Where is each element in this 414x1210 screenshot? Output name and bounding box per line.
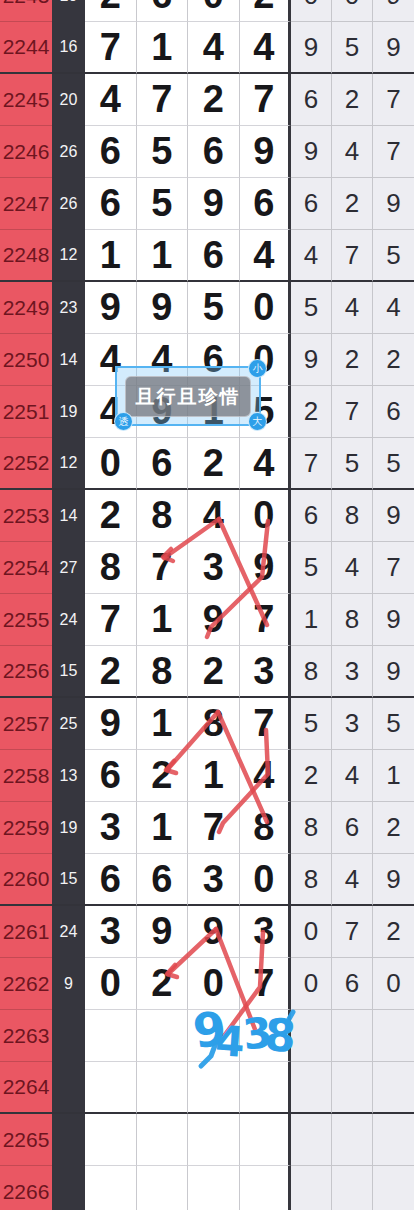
front-digit-cell: 0 (85, 958, 137, 1010)
back-digit-cell: 9 (373, 0, 414, 22)
front-digit-cell (240, 1062, 292, 1114)
front-digit-cell (85, 1062, 137, 1114)
back-digit-cell (291, 1010, 332, 1062)
back-digit-cell: 0 (291, 958, 332, 1010)
back-digit-cell: 7 (291, 438, 332, 490)
back-digit-cell: 4 (332, 126, 373, 178)
issue-number-cell: 2260 (0, 854, 52, 906)
back-digit-cell (332, 1114, 373, 1166)
digit-sum-cell: 24 (52, 594, 85, 646)
back-digit-cell: 5 (373, 698, 414, 750)
back-digit-cell (291, 1114, 332, 1166)
front-digit-cell: 9 (137, 906, 189, 958)
back-digit-cell: 8 (332, 594, 373, 646)
back-digit-cell: 5 (332, 438, 373, 490)
issue-number-cell: 2248 (0, 230, 52, 282)
front-digit-cell: 7 (188, 802, 240, 854)
back-digit-cell: 4 (332, 282, 373, 334)
digit-sum-cell: 19 (52, 386, 85, 438)
front-digit-cell: 2 (188, 438, 240, 490)
issue-number-cell: 2245 (0, 74, 52, 126)
back-digit-cell: 3 (332, 698, 373, 750)
front-digit-cell (240, 1166, 292, 1210)
front-digit-cell: 6 (188, 126, 240, 178)
back-digit-cell: 4 (332, 542, 373, 594)
front-digit-cell: 3 (188, 854, 240, 906)
front-digit-cell: 2 (188, 646, 240, 698)
back-digit-cell: 7 (332, 230, 373, 282)
back-digit-cell: 2 (373, 906, 414, 958)
front-digit-cell: 8 (85, 542, 137, 594)
issue-number-cell: 2262 (0, 958, 52, 1010)
issue-number-cell: 2257 (0, 698, 52, 750)
draw-history-grid[interactable]: 2243102602009224416714495922452047276272… (0, 0, 414, 1210)
issue-number-cell: 2250 (0, 334, 52, 386)
back-digit-cell: 5 (291, 542, 332, 594)
digit-sum-cell: 14 (52, 490, 85, 542)
front-digit-cell (137, 1166, 189, 1210)
front-digit-cell: 0 (240, 854, 292, 906)
front-digit-cell: 2 (188, 74, 240, 126)
front-digit-cell (137, 1010, 189, 1062)
digit-sum-cell: 19 (52, 802, 85, 854)
issue-number-cell: 2251 (0, 386, 52, 438)
front-digit-cell: 9 (188, 178, 240, 230)
issue-number-cell: 2247 (0, 178, 52, 230)
digit-sum-cell: 13 (52, 750, 85, 802)
front-digit-cell: 4 (188, 490, 240, 542)
annotation-bubble[interactable]: 且行且珍惜 (125, 376, 251, 417)
back-digit-cell (291, 1062, 332, 1114)
issue-number-cell: 2265 (0, 1114, 52, 1166)
front-digit-cell: 1 (137, 230, 189, 282)
digit-sum-cell: 10 (52, 0, 85, 22)
back-digit-cell: 9 (373, 22, 414, 74)
front-digit-cell: 9 (240, 126, 292, 178)
front-digit-cell: 5 (137, 178, 189, 230)
back-digit-cell: 9 (373, 594, 414, 646)
back-digit-cell: 3 (332, 646, 373, 698)
front-digit-cell: 1 (137, 698, 189, 750)
back-digit-cell: 7 (373, 542, 414, 594)
back-digit-cell (332, 1166, 373, 1210)
front-digit-cell (137, 1114, 189, 1166)
front-digit-cell: 6 (137, 0, 189, 22)
issue-number-cell: 2258 (0, 750, 52, 802)
enlarge-handle[interactable]: 大 (248, 412, 267, 431)
front-digit-cell: 7 (137, 542, 189, 594)
front-digit-cell: 4 (240, 438, 292, 490)
back-digit-cell: 8 (291, 802, 332, 854)
back-digit-cell: 9 (373, 646, 414, 698)
front-digit-cell (188, 1114, 240, 1166)
issue-number-cell: 2261 (0, 906, 52, 958)
front-digit-cell: 6 (137, 438, 189, 490)
digit-sum-cell: 23 (52, 282, 85, 334)
back-digit-cell: 0 (291, 0, 332, 22)
back-digit-cell (291, 1166, 332, 1210)
digit-sum-cell: 16 (52, 22, 85, 74)
back-digit-cell: 7 (373, 74, 414, 126)
front-digit-cell: 3 (188, 542, 240, 594)
back-digit-cell: 9 (373, 854, 414, 906)
shrink-handle[interactable]: 小 (248, 359, 267, 378)
back-digit-cell: 7 (373, 126, 414, 178)
issue-number-cell: 2266 (0, 1166, 52, 1210)
front-digit-cell: 8 (240, 802, 292, 854)
back-digit-cell: 4 (332, 750, 373, 802)
front-digit-cell: 0 (240, 282, 292, 334)
back-digit-cell: 4 (291, 230, 332, 282)
back-digit-cell: 2 (332, 178, 373, 230)
front-digit-cell (240, 1010, 292, 1062)
front-digit-cell: 3 (85, 802, 137, 854)
front-digit-cell: 6 (188, 230, 240, 282)
front-digit-cell (188, 1166, 240, 1210)
front-digit-cell: 9 (137, 282, 189, 334)
front-digit-cell: 7 (137, 74, 189, 126)
transparency-handle[interactable]: 透 (114, 412, 133, 431)
front-digit-cell: 0 (188, 958, 240, 1010)
back-digit-cell: 4 (332, 854, 373, 906)
front-digit-cell (85, 1010, 137, 1062)
back-digit-cell: 2 (373, 334, 414, 386)
front-digit-cell (240, 1114, 292, 1166)
issue-number-cell: 2255 (0, 594, 52, 646)
back-digit-cell: 2 (291, 750, 332, 802)
digit-sum-cell (52, 1062, 85, 1114)
digit-sum-cell: 26 (52, 126, 85, 178)
digit-sum-cell: 15 (52, 854, 85, 906)
digit-sum-cell: 14 (52, 334, 85, 386)
back-digit-cell: 1 (373, 750, 414, 802)
front-digit-cell: 6 (85, 750, 137, 802)
front-digit-cell: 1 (188, 750, 240, 802)
front-digit-cell: 6 (85, 126, 137, 178)
back-digit-cell: 0 (373, 958, 414, 1010)
back-digit-cell: 2 (332, 74, 373, 126)
back-digit-cell: 5 (291, 282, 332, 334)
back-digit-cell: 5 (332, 22, 373, 74)
back-digit-cell: 6 (332, 802, 373, 854)
issue-number-cell: 2249 (0, 282, 52, 334)
digit-sum-cell: 12 (52, 438, 85, 490)
front-digit-cell: 9 (85, 282, 137, 334)
front-digit-cell: 3 (240, 906, 292, 958)
front-digit-cell: 4 (188, 22, 240, 74)
back-digit-cell: 6 (373, 386, 414, 438)
back-digit-cell: 2 (373, 802, 414, 854)
text-annotation-selection[interactable]: 且行且珍惜 小 透 大 (115, 366, 261, 426)
back-digit-cell: 9 (373, 178, 414, 230)
lottery-trend-chart-screen: 2243102602009224416714495922452047276272… (0, 0, 414, 1210)
issue-number-cell: 2246 (0, 126, 52, 178)
front-digit-cell: 6 (240, 178, 292, 230)
back-digit-cell: 5 (373, 438, 414, 490)
issue-number-cell: 2254 (0, 542, 52, 594)
back-digit-cell: 9 (291, 334, 332, 386)
back-digit-cell: 7 (332, 386, 373, 438)
digit-sum-cell: 20 (52, 74, 85, 126)
front-digit-cell: 7 (85, 594, 137, 646)
issue-number-cell: 2256 (0, 646, 52, 698)
front-digit-cell: 2 (85, 646, 137, 698)
back-digit-cell (373, 1166, 414, 1210)
front-digit-cell: 4 (240, 750, 292, 802)
front-digit-cell: 7 (240, 74, 292, 126)
back-digit-cell: 8 (291, 854, 332, 906)
back-digit-cell: 9 (291, 126, 332, 178)
front-digit-cell: 7 (240, 594, 292, 646)
issue-number-cell: 2253 (0, 490, 52, 542)
issue-number-cell: 2264 (0, 1062, 52, 1114)
front-digit-cell: 7 (240, 698, 292, 750)
back-digit-cell (373, 1010, 414, 1062)
front-digit-cell: 4 (240, 22, 292, 74)
front-digit-cell: 6 (85, 854, 137, 906)
back-digit-cell: 5 (373, 230, 414, 282)
front-digit-cell: 0 (85, 438, 137, 490)
front-digit-cell: 7 (240, 958, 292, 1010)
front-digit-cell: 2 (85, 0, 137, 22)
front-digit-cell: 8 (137, 490, 189, 542)
front-digit-cell (188, 1062, 240, 1114)
front-digit-cell: 2 (85, 490, 137, 542)
front-digit-cell: 4 (85, 74, 137, 126)
back-digit-cell: 5 (291, 698, 332, 750)
front-digit-cell: 5 (188, 282, 240, 334)
digit-sum-cell: 24 (52, 906, 85, 958)
front-digit-cell: 6 (137, 854, 189, 906)
front-digit-cell: 9 (188, 594, 240, 646)
front-digit-cell: 0 (240, 490, 292, 542)
back-digit-cell: 2 (291, 386, 332, 438)
front-digit-cell (188, 1010, 240, 1062)
digit-sum-cell: 12 (52, 230, 85, 282)
back-digit-cell: 6 (291, 490, 332, 542)
back-digit-cell: 6 (332, 958, 373, 1010)
back-digit-cell (373, 1114, 414, 1166)
digit-sum-cell: 9 (52, 958, 85, 1010)
digit-sum-cell: 26 (52, 178, 85, 230)
digit-sum-cell (52, 1114, 85, 1166)
front-digit-cell: 6 (85, 178, 137, 230)
front-digit-cell: 2 (240, 0, 292, 22)
front-digit-cell: 5 (137, 126, 189, 178)
back-digit-cell: 9 (373, 490, 414, 542)
front-digit-cell (137, 1062, 189, 1114)
issue-number-cell: 2263 (0, 1010, 52, 1062)
front-digit-cell: 1 (137, 802, 189, 854)
front-digit-cell: 1 (137, 22, 189, 74)
digit-sum-cell (52, 1010, 85, 1062)
back-digit-cell: 6 (291, 178, 332, 230)
issue-number-cell: 2259 (0, 802, 52, 854)
back-digit-cell: 8 (291, 646, 332, 698)
back-digit-cell: 0 (332, 0, 373, 22)
issue-number-cell: 2244 (0, 22, 52, 74)
digit-sum-cell: 15 (52, 646, 85, 698)
back-digit-cell: 8 (332, 490, 373, 542)
front-digit-cell: 7 (85, 22, 137, 74)
front-digit-cell: 9 (240, 542, 292, 594)
front-digit-cell: 0 (188, 0, 240, 22)
front-digit-cell: 2 (137, 750, 189, 802)
back-digit-cell (373, 1062, 414, 1114)
front-digit-cell: 9 (85, 698, 137, 750)
digit-sum-cell: 27 (52, 542, 85, 594)
back-digit-cell: 4 (373, 282, 414, 334)
front-digit-cell: 4 (240, 230, 292, 282)
back-digit-cell: 0 (291, 906, 332, 958)
front-digit-cell: 2 (137, 958, 189, 1010)
back-digit-cell (332, 1062, 373, 1114)
issue-number-cell: 2243 (0, 0, 52, 22)
front-digit-cell: 8 (188, 698, 240, 750)
digit-sum-cell: 25 (52, 698, 85, 750)
back-digit-cell: 2 (332, 334, 373, 386)
digit-sum-cell (52, 1166, 85, 1210)
front-digit-cell: 1 (137, 594, 189, 646)
front-digit-cell: 9 (188, 906, 240, 958)
back-digit-cell: 7 (332, 906, 373, 958)
front-digit-cell: 1 (85, 230, 137, 282)
front-digit-cell (85, 1114, 137, 1166)
front-digit-cell: 8 (137, 646, 189, 698)
back-digit-cell (332, 1010, 373, 1062)
issue-number-cell: 2252 (0, 438, 52, 490)
back-digit-cell: 6 (291, 74, 332, 126)
front-digit-cell: 3 (240, 646, 292, 698)
back-digit-cell: 9 (291, 22, 332, 74)
front-digit-cell: 3 (85, 906, 137, 958)
back-digit-cell: 1 (291, 594, 332, 646)
front-digit-cell (85, 1166, 137, 1210)
